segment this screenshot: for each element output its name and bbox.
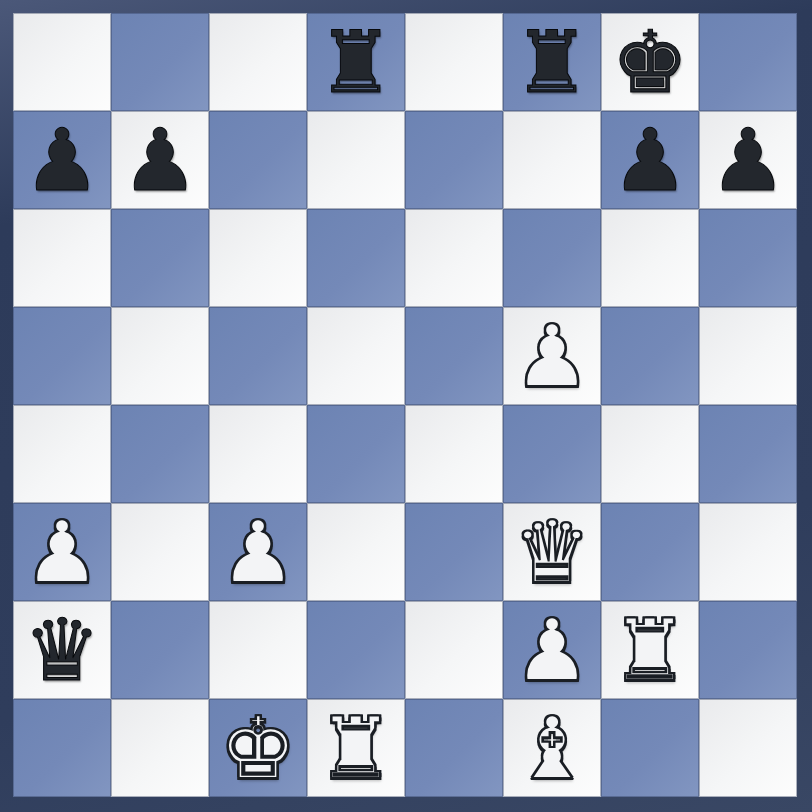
square-h6[interactable] — [699, 209, 797, 307]
square-g2[interactable]: ♜ — [601, 601, 699, 699]
square-a2[interactable]: ♛ — [13, 601, 111, 699]
square-e8[interactable] — [405, 13, 503, 111]
square-a1[interactable] — [13, 699, 111, 797]
square-h1[interactable] — [699, 699, 797, 797]
square-f2[interactable]: ♟ — [503, 601, 601, 699]
square-c4[interactable] — [209, 405, 307, 503]
square-g6[interactable] — [601, 209, 699, 307]
square-g8[interactable]: ♚ — [601, 13, 699, 111]
chess-board: ♜♜♚♟♟♟♟♟♟♟♛♛♟♜♚♜♝ — [13, 13, 797, 797]
square-c3[interactable]: ♟ — [209, 503, 307, 601]
square-a3[interactable]: ♟ — [13, 503, 111, 601]
square-c2[interactable] — [209, 601, 307, 699]
square-b5[interactable] — [111, 307, 209, 405]
square-h2[interactable] — [699, 601, 797, 699]
square-g5[interactable] — [601, 307, 699, 405]
square-e6[interactable] — [405, 209, 503, 307]
square-b8[interactable] — [111, 13, 209, 111]
white-queen-f3[interactable]: ♛ — [513, 503, 590, 601]
square-c8[interactable] — [209, 13, 307, 111]
square-b1[interactable] — [111, 699, 209, 797]
square-c7[interactable] — [209, 111, 307, 209]
square-c1[interactable]: ♚ — [209, 699, 307, 797]
white-bishop-f1[interactable]: ♝ — [513, 699, 590, 797]
square-e4[interactable] — [405, 405, 503, 503]
square-f4[interactable] — [503, 405, 601, 503]
square-e7[interactable] — [405, 111, 503, 209]
square-h3[interactable] — [699, 503, 797, 601]
square-b2[interactable] — [111, 601, 209, 699]
square-g3[interactable] — [601, 503, 699, 601]
square-b4[interactable] — [111, 405, 209, 503]
square-h5[interactable] — [699, 307, 797, 405]
square-d6[interactable] — [307, 209, 405, 307]
white-king-c1[interactable]: ♚ — [219, 699, 296, 797]
square-g7[interactable]: ♟ — [601, 111, 699, 209]
black-pawn-h7[interactable]: ♟ — [709, 111, 786, 209]
white-pawn-a3[interactable]: ♟ — [23, 503, 100, 601]
square-d1[interactable]: ♜ — [307, 699, 405, 797]
black-pawn-a7[interactable]: ♟ — [23, 111, 100, 209]
square-d5[interactable] — [307, 307, 405, 405]
square-e1[interactable] — [405, 699, 503, 797]
square-f8[interactable]: ♜ — [503, 13, 601, 111]
square-a5[interactable] — [13, 307, 111, 405]
square-d2[interactable] — [307, 601, 405, 699]
square-a7[interactable]: ♟ — [13, 111, 111, 209]
square-f6[interactable] — [503, 209, 601, 307]
square-h7[interactable]: ♟ — [699, 111, 797, 209]
square-e2[interactable] — [405, 601, 503, 699]
white-pawn-f2[interactable]: ♟ — [513, 601, 590, 699]
square-a6[interactable] — [13, 209, 111, 307]
square-g4[interactable] — [601, 405, 699, 503]
black-pawn-g7[interactable]: ♟ — [611, 111, 688, 209]
black-rook-f8[interactable]: ♜ — [513, 13, 590, 111]
white-pawn-c3[interactable]: ♟ — [219, 503, 296, 601]
square-a4[interactable] — [13, 405, 111, 503]
white-rook-g2[interactable]: ♜ — [611, 601, 688, 699]
white-rook-d1[interactable]: ♜ — [317, 699, 394, 797]
square-f7[interactable] — [503, 111, 601, 209]
square-e5[interactable] — [405, 307, 503, 405]
square-d8[interactable]: ♜ — [307, 13, 405, 111]
black-king-g8[interactable]: ♚ — [611, 13, 688, 111]
square-f5[interactable]: ♟ — [503, 307, 601, 405]
square-f1[interactable]: ♝ — [503, 699, 601, 797]
square-b7[interactable]: ♟ — [111, 111, 209, 209]
square-d4[interactable] — [307, 405, 405, 503]
square-h4[interactable] — [699, 405, 797, 503]
white-pawn-f5[interactable]: ♟ — [513, 307, 590, 405]
square-b6[interactable] — [111, 209, 209, 307]
square-a8[interactable] — [13, 13, 111, 111]
square-c5[interactable] — [209, 307, 307, 405]
square-b3[interactable] — [111, 503, 209, 601]
square-f3[interactable]: ♛ — [503, 503, 601, 601]
black-queen-a2[interactable]: ♛ — [23, 601, 100, 699]
square-d7[interactable] — [307, 111, 405, 209]
black-rook-d8[interactable]: ♜ — [317, 13, 394, 111]
square-g1[interactable] — [601, 699, 699, 797]
square-e3[interactable] — [405, 503, 503, 601]
chess-board-frame: ♜♜♚♟♟♟♟♟♟♟♛♛♟♜♚♜♝ — [0, 0, 812, 812]
square-c6[interactable] — [209, 209, 307, 307]
square-d3[interactable] — [307, 503, 405, 601]
black-pawn-b7[interactable]: ♟ — [121, 111, 198, 209]
square-h8[interactable] — [699, 13, 797, 111]
